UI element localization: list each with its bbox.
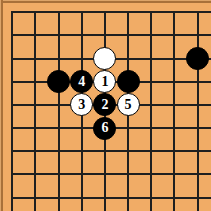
stone-move-number: 1 <box>101 75 108 89</box>
white-stone-move-5: 5 <box>117 93 140 116</box>
black-stone <box>117 70 140 93</box>
board-frame-left-edge <box>0 0 3 211</box>
grid-line-vertical <box>11 11 13 211</box>
black-stone-move-4: 4 <box>70 70 93 93</box>
board-frame-top-edge <box>0 0 211 3</box>
stone-move-number: 2 <box>101 98 108 112</box>
black-stone <box>47 70 70 93</box>
stone-move-number: 4 <box>78 75 85 89</box>
white-stone-move-1: 1 <box>93 70 116 93</box>
grid-line-vertical <box>173 11 175 211</box>
grid-line-horizontal <box>11 173 211 175</box>
white-stone-move-3: 3 <box>70 93 93 116</box>
grid-line-vertical <box>150 11 152 211</box>
stone-move-number: 3 <box>78 98 85 112</box>
grid-line-vertical <box>197 11 199 211</box>
white-stone <box>93 47 116 70</box>
black-stone <box>186 47 209 70</box>
grid-line-horizontal <box>11 11 211 13</box>
stone-move-number: 6 <box>101 121 108 135</box>
grid-line-horizontal <box>11 34 211 36</box>
grid-line-horizontal <box>11 150 211 152</box>
black-stone-move-2: 2 <box>93 93 116 116</box>
stone-move-number: 5 <box>125 98 132 112</box>
grid-line-horizontal <box>11 197 211 199</box>
grid-line-vertical <box>58 11 60 211</box>
grid-line-vertical <box>34 11 36 211</box>
black-stone-move-6: 6 <box>93 117 116 140</box>
go-board: 413256 <box>0 0 211 211</box>
